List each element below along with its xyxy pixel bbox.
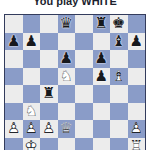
piece-white-bishop[interactable]: ♝♗ [112,69,125,84]
square-b1[interactable]: ♚♔ [23,138,41,151]
piece-white-queen[interactable]: ♛♕ [60,121,73,136]
piece-white-pawn[interactable]: ♟♙ [25,121,38,136]
piece-black-pawn[interactable]: ♟ [7,34,20,49]
square-a3[interactable] [5,103,23,121]
piece-black-rook[interactable]: ♜ [95,16,108,31]
piece-black-pawn[interactable]: ♟ [60,51,73,66]
square-c7[interactable] [40,33,58,51]
square-f1[interactable] [93,138,111,151]
square-g6[interactable] [110,50,128,68]
piece-white-pawn[interactable]: ♟♙ [7,121,20,136]
square-e3[interactable] [75,103,93,121]
square-h5[interactable] [128,68,146,86]
page-title: You play WHITE [0,0,150,7]
piece-white-pawn[interactable]: ♟♙ [42,121,55,136]
piece-black-rook[interactable]: ♜ [42,86,55,101]
square-c3[interactable] [40,103,58,121]
square-h1[interactable]: ♜♖ [128,138,146,151]
square-d1[interactable] [58,138,76,151]
square-a1[interactable] [5,138,23,151]
square-h4[interactable] [128,85,146,103]
piece-black-bishop[interactable]: ♝ [112,34,125,49]
square-b4[interactable] [23,85,41,103]
square-e7[interactable] [75,33,93,51]
square-g5[interactable]: ♝♗ [110,68,128,86]
square-g4[interactable] [110,85,128,103]
square-b3[interactable]: ♞♘ [23,103,41,121]
square-h7[interactable]: ♟ [128,33,146,51]
square-b5[interactable] [23,68,41,86]
square-d3[interactable] [58,103,76,121]
square-h6[interactable] [128,50,146,68]
piece-black-pawn[interactable]: ♟ [25,34,38,49]
square-b7[interactable]: ♟ [23,33,41,51]
square-e5[interactable] [75,68,93,86]
square-c8[interactable] [40,15,58,33]
square-f6[interactable]: ♟ [93,50,111,68]
square-f3[interactable] [93,103,111,121]
square-b6[interactable] [23,50,41,68]
piece-black-pawn[interactable]: ♟ [130,34,143,49]
square-f5[interactable]: ♟ [93,68,111,86]
square-d6[interactable]: ♟ [58,50,76,68]
square-c5[interactable] [40,68,58,86]
square-g2[interactable] [110,120,128,138]
piece-black-king[interactable]: ♚ [112,16,125,31]
square-f8[interactable]: ♜ [93,15,111,33]
square-b2[interactable]: ♟♙ [23,120,41,138]
square-c6[interactable] [40,50,58,68]
square-e6[interactable] [75,50,93,68]
puzzle-screen: You play WHITE ♛♜♚♟♟♝♟♟♟♞♘♟♝♗♜♞♘♟♙♟♙♟♙♛♕… [0,0,150,150]
square-d2[interactable]: ♛♕ [58,120,76,138]
square-f4[interactable] [93,85,111,103]
square-d4[interactable] [58,85,76,103]
square-f7[interactable] [93,33,111,51]
square-c2[interactable]: ♟♙ [40,120,58,138]
square-g7[interactable]: ♝ [110,33,128,51]
square-d5[interactable]: ♞♘ [58,68,76,86]
square-b8[interactable] [23,15,41,33]
square-a2[interactable]: ♟♙ [5,120,23,138]
square-e1[interactable] [75,138,93,151]
piece-white-king[interactable]: ♚♔ [25,139,38,150]
square-c1[interactable] [40,138,58,151]
square-h2[interactable]: ♟♙ [128,120,146,138]
square-d7[interactable] [58,33,76,51]
square-c4[interactable]: ♜ [40,85,58,103]
piece-black-queen[interactable]: ♛ [60,16,73,31]
square-f2[interactable] [93,120,111,138]
piece-black-pawn[interactable]: ♟ [95,51,108,66]
piece-white-pawn[interactable]: ♟♙ [130,121,143,136]
piece-white-rook[interactable]: ♜♖ [130,139,143,150]
square-g3[interactable] [110,103,128,121]
square-h3[interactable] [128,103,146,121]
square-e8[interactable] [75,15,93,33]
square-a4[interactable] [5,85,23,103]
piece-black-pawn[interactable]: ♟ [95,69,108,84]
square-a5[interactable] [5,68,23,86]
square-a6[interactable] [5,50,23,68]
square-h8[interactable] [128,15,146,33]
square-g8[interactable]: ♚ [110,15,128,33]
square-d8[interactable]: ♛ [58,15,76,33]
square-e4[interactable] [75,85,93,103]
square-g1[interactable] [110,138,128,151]
piece-white-knight[interactable]: ♞♘ [60,69,73,84]
piece-white-knight[interactable]: ♞♘ [25,104,38,119]
square-e2[interactable] [75,120,93,138]
square-a7[interactable]: ♟ [5,33,23,51]
chess-board: ♛♜♚♟♟♝♟♟♟♞♘♟♝♗♜♞♘♟♙♟♙♟♙♛♕♟♙♚♔♜♖ [4,14,146,150]
square-a8[interactable] [5,15,23,33]
